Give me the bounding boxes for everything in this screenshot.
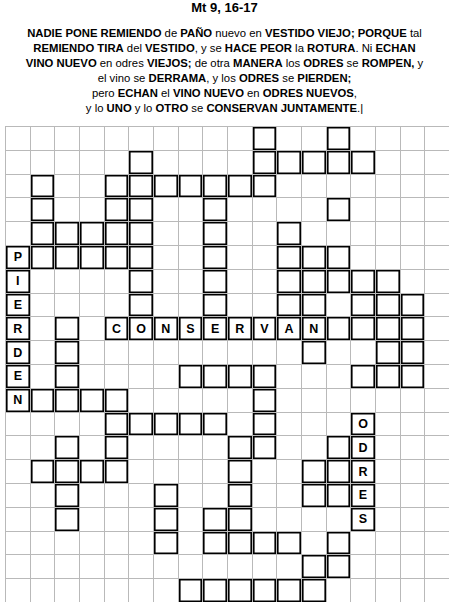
verse-keyword: HACE PEOR: [225, 42, 292, 54]
lattice-cell: [401, 127, 426, 151]
grid-cell[interactable]: [31, 222, 56, 246]
lattice-cell: [327, 508, 352, 532]
lattice-cell: [55, 127, 80, 151]
grid-cell-letter[interactable]: S: [179, 317, 204, 341]
grid-cell[interactable]: [203, 175, 228, 199]
grid-cell[interactable]: [179, 413, 204, 437]
grid-cell-letter[interactable]: E: [6, 365, 31, 389]
lattice-cell: [179, 460, 204, 484]
lattice-cell: [376, 436, 401, 460]
grid-cell[interactable]: [105, 389, 130, 413]
lattice-cell: [302, 436, 327, 460]
grid-cell[interactable]: [203, 270, 228, 294]
grid-cell[interactable]: [351, 365, 376, 389]
grid-cell[interactable]: [253, 436, 278, 460]
lattice-cell: [179, 151, 204, 175]
grid-cell[interactable]: [55, 222, 80, 246]
lattice-cell: [105, 341, 130, 365]
grid-cell-letter[interactable]: S: [351, 508, 376, 532]
lattice-cell: [154, 270, 179, 294]
lattice-cell: [376, 413, 401, 437]
lattice-cell: [6, 579, 31, 602]
grid-cell[interactable]: [203, 294, 228, 318]
grid-cell[interactable]: [203, 222, 228, 246]
lattice-cell: [327, 579, 352, 602]
grid-cell[interactable]: [351, 151, 376, 175]
grid-cell[interactable]: [228, 460, 253, 484]
grid-cell[interactable]: [129, 175, 154, 199]
grid-cell[interactable]: [80, 246, 105, 270]
lattice-cell: [277, 436, 302, 460]
grid-cell[interactable]: [376, 270, 401, 294]
grid-cell-letter[interactable]: R: [228, 317, 253, 341]
verse-keyword: ROMPEN,: [362, 57, 415, 69]
grid-cell[interactable]: [327, 270, 352, 294]
lattice-cell: [6, 222, 31, 246]
lattice-cell: [80, 294, 105, 318]
grid-cell[interactable]: [203, 246, 228, 270]
grid-cell[interactable]: [179, 365, 204, 389]
lattice-cell: [228, 198, 253, 222]
lattice-cell: [425, 460, 449, 484]
lattice-cell: [277, 389, 302, 413]
grid-cell-letter[interactable]: V: [253, 317, 278, 341]
verse-keyword: VINO NUEVO: [26, 57, 97, 69]
grid-cell-letter[interactable]: R: [351, 460, 376, 484]
lattice-cell: [253, 246, 278, 270]
grid-cell[interactable]: [327, 198, 352, 222]
lattice-cell: [203, 436, 228, 460]
grid-cell[interactable]: [277, 579, 302, 602]
lattice-cell: [376, 389, 401, 413]
puzzle-page: Mt 9, 16-17 NADIE PONE REMIENDO de PAÑO …: [0, 0, 449, 602]
lattice-cell: [55, 532, 80, 556]
lattice-cell: [105, 508, 130, 532]
grid-cell[interactable]: [179, 175, 204, 199]
lattice-cell: [401, 413, 426, 437]
lattice-cell: [179, 270, 204, 294]
grid-cell[interactable]: [327, 555, 352, 579]
grid-cell[interactable]: [302, 270, 327, 294]
verse-keyword: UNO: [107, 102, 132, 114]
grid-cell[interactable]: [253, 413, 278, 437]
lattice-cell: [31, 270, 56, 294]
grid-cell[interactable]: [401, 365, 426, 389]
grid-cell[interactable]: [376, 294, 401, 318]
lattice-cell: [31, 365, 56, 389]
grid-cell[interactable]: [376, 365, 401, 389]
grid-cell[interactable]: [129, 413, 154, 437]
lattice-cell: [154, 365, 179, 389]
grid-cell[interactable]: [277, 222, 302, 246]
lattice-cell: [401, 198, 426, 222]
lattice-cell: [179, 508, 204, 532]
grid-cell[interactable]: [203, 365, 228, 389]
lattice-cell: [277, 484, 302, 508]
lattice-cell: [105, 579, 130, 602]
lattice-cell: [228, 246, 253, 270]
lattice-cell: [154, 579, 179, 602]
grid-cell-letter[interactable]: O: [129, 317, 154, 341]
lattice-cell: [425, 270, 449, 294]
verse-keyword: VIEJOS;: [147, 57, 192, 69]
grid-cell[interactable]: [253, 389, 278, 413]
lattice-cell: [228, 151, 253, 175]
lattice-cell: [376, 555, 401, 579]
lattice-cell: [351, 555, 376, 579]
grid-cell[interactable]: [277, 294, 302, 318]
verse-keyword: ODRES NUEVOS: [263, 87, 354, 99]
verse-plain: nuevo en: [212, 27, 265, 39]
grid-cell[interactable]: [129, 222, 154, 246]
lattice-cell: [6, 175, 31, 199]
lattice-cell: [253, 555, 278, 579]
verse-line: NADIE PONE REMIENDO de PAÑO nuevo en VES…: [0, 26, 449, 41]
verse-plain: los: [283, 57, 304, 69]
grid-cell[interactable]: [351, 294, 376, 318]
verse-plain: .|: [357, 102, 363, 114]
grid-cell[interactable]: [302, 484, 327, 508]
verse-plain: en odres: [97, 57, 147, 69]
grid-cell-letter[interactable]: P: [6, 246, 31, 270]
grid-cell-letter[interactable]: R: [6, 317, 31, 341]
grid-cell[interactable]: [203, 413, 228, 437]
lattice-cell: [302, 389, 327, 413]
lattice-cell: [31, 151, 56, 175]
lattice-cell: [425, 175, 449, 199]
grid-cell[interactable]: [31, 175, 56, 199]
lattice-cell: [302, 198, 327, 222]
grid-cell[interactable]: [55, 508, 80, 532]
grid-cell[interactable]: [228, 532, 253, 556]
lattice-cell: [376, 175, 401, 199]
verse-keyword: NADIE PONE REMIENDO: [27, 27, 161, 39]
grid-cell[interactable]: [302, 460, 327, 484]
grid-cell[interactable]: [401, 294, 426, 318]
grid-cell[interactable]: [302, 341, 327, 365]
lattice-cell: [179, 222, 204, 246]
grid-cell[interactable]: [55, 341, 80, 365]
lattice-cell: [55, 198, 80, 222]
lattice-cell: [55, 294, 80, 318]
grid-cell-letter[interactable]: D: [6, 341, 31, 365]
grid-cell[interactable]: [327, 127, 352, 151]
lattice-cell: [376, 508, 401, 532]
grid-cell[interactable]: [105, 222, 130, 246]
grid-cell[interactable]: [154, 175, 179, 199]
grid-cell[interactable]: [327, 484, 352, 508]
grid-cell[interactable]: [253, 127, 278, 151]
lattice-cell: [154, 389, 179, 413]
verse-keyword: OTRO: [156, 102, 189, 114]
grid-cell[interactable]: [277, 532, 302, 556]
lattice-cell: [302, 413, 327, 437]
grid-cell[interactable]: [228, 436, 253, 460]
lattice-cell: [277, 198, 302, 222]
lattice-cell: [351, 175, 376, 199]
lattice-cell: [376, 532, 401, 556]
lattice-cell: [6, 532, 31, 556]
lattice-cell: [228, 555, 253, 579]
verse-line: pero ECHAN el VINO NUEVO en ODRES NUEVOS…: [0, 86, 449, 101]
lattice-cell: [105, 365, 130, 389]
grid-cell[interactable]: [129, 294, 154, 318]
grid-cell[interactable]: [55, 246, 80, 270]
grid-cell[interactable]: [401, 341, 426, 365]
verse-plain: se: [188, 102, 206, 114]
lattice-cell: [253, 270, 278, 294]
verse-plain: la: [292, 42, 307, 54]
grid-cell-letter[interactable]: O: [351, 413, 376, 437]
lattice-cell: [80, 413, 105, 437]
grid-cell[interactable]: [327, 246, 352, 270]
lattice-cell: [80, 532, 105, 556]
grid-cell[interactable]: [253, 532, 278, 556]
lattice-cell: [31, 127, 56, 151]
verse-keyword: VESTIDO VIEJO; PORQUE: [265, 27, 407, 39]
lattice-cell: [6, 555, 31, 579]
lattice-cell: [253, 484, 278, 508]
grid-cell[interactable]: [55, 317, 80, 341]
grid-cell-letter[interactable]: A: [277, 317, 302, 341]
grid-cell[interactable]: [154, 484, 179, 508]
lattice-cell: [401, 270, 426, 294]
grid-cell[interactable]: [105, 413, 130, 437]
grid-cell[interactable]: [55, 484, 80, 508]
lattice-cell: [105, 127, 130, 151]
lattice-cell: [277, 365, 302, 389]
verse-plain: se: [279, 72, 297, 84]
lattice-cell: [351, 341, 376, 365]
grid-cell[interactable]: [129, 246, 154, 270]
lattice-cell: [351, 127, 376, 151]
grid-cell[interactable]: [154, 532, 179, 556]
grid-cell-letter[interactable]: N: [6, 389, 31, 413]
lattice-cell: [401, 175, 426, 199]
lattice-cell: [401, 222, 426, 246]
lattice-cell: [80, 341, 105, 365]
lattice-cell: [6, 198, 31, 222]
lattice-cell: [154, 555, 179, 579]
lattice-cell: [351, 222, 376, 246]
grid-cell[interactable]: [253, 365, 278, 389]
grid-cell[interactable]: [203, 198, 228, 222]
verse-keyword: ODRES: [239, 72, 279, 84]
verse-keyword: MANERA: [233, 57, 283, 69]
lattice-cell: [179, 341, 204, 365]
verse-keyword: DERRAMA: [149, 72, 207, 84]
lattice-cell: [80, 317, 105, 341]
lattice-cell: [55, 270, 80, 294]
grid-cell-letter[interactable]: E: [6, 294, 31, 318]
lattice-cell: [228, 127, 253, 151]
lattice-cell: [401, 508, 426, 532]
verse-plain: el: [158, 87, 173, 99]
grid-cell[interactable]: [327, 436, 352, 460]
grid-cell[interactable]: [154, 413, 179, 437]
grid-cell[interactable]: [80, 222, 105, 246]
grid-cell[interactable]: [80, 389, 105, 413]
lattice-cell: [228, 294, 253, 318]
crossword-grid: PIERCONSERVANDENODRES: [5, 126, 449, 602]
lattice-cell: [203, 484, 228, 508]
grid-cell[interactable]: [277, 270, 302, 294]
grid-cell[interactable]: [179, 579, 204, 602]
grid-cell-letter[interactable]: C: [105, 317, 130, 341]
grid-cell[interactable]: [55, 460, 80, 484]
grid-cell[interactable]: [105, 175, 130, 199]
grid-cell-letter[interactable]: D: [351, 436, 376, 460]
grid-cell[interactable]: [376, 341, 401, 365]
lattice-cell: [425, 127, 449, 151]
grid-cell[interactable]: [228, 484, 253, 508]
verse-plain: del: [124, 42, 145, 54]
lattice-cell: [327, 222, 352, 246]
verse-keyword: PAÑO: [180, 27, 212, 39]
lattice-cell: [228, 222, 253, 246]
grid-cell[interactable]: [253, 175, 278, 199]
lattice-cell: [302, 222, 327, 246]
lattice-cell: [154, 198, 179, 222]
verse-plain: y lo: [86, 102, 107, 114]
grid-cell[interactable]: [228, 579, 253, 602]
grid-cell[interactable]: [302, 246, 327, 270]
lattice-cell: [179, 127, 204, 151]
lattice-cell: [425, 532, 449, 556]
verse-keyword: ROTURA: [307, 42, 355, 54]
verse-line: y lo UNO y lo OTRO se CONSERVAN JUNTAMEN…: [0, 101, 449, 116]
grid-cell[interactable]: [55, 365, 80, 389]
verse-keyword: VINO NUEVO: [173, 87, 244, 99]
grid-cell[interactable]: [154, 508, 179, 532]
grid-cell-letter[interactable]: E: [203, 317, 228, 341]
lattice-cell: [179, 484, 204, 508]
lattice-cell: [129, 341, 154, 365]
grid-cell[interactable]: [327, 532, 352, 556]
lattice-cell: [401, 436, 426, 460]
lattice-cell: [129, 508, 154, 532]
grid-cell[interactable]: [105, 460, 130, 484]
lattice-cell: [179, 436, 204, 460]
lattice-cell: [376, 579, 401, 602]
grid-cell[interactable]: [80, 460, 105, 484]
grid-cell[interactable]: [253, 151, 278, 175]
lattice-cell: [425, 389, 449, 413]
lattice-cell: [105, 294, 130, 318]
grid-cell[interactable]: [401, 317, 426, 341]
lattice-cell: [55, 413, 80, 437]
lattice-cell: [327, 365, 352, 389]
grid-cell[interactable]: [327, 460, 352, 484]
lattice-cell: [327, 389, 352, 413]
lattice-cell: [228, 341, 253, 365]
lattice-cell: [277, 555, 302, 579]
lattice-cell: [80, 555, 105, 579]
lattice-cell: [253, 341, 278, 365]
lattice-cell: [154, 246, 179, 270]
lattice-cell: [351, 246, 376, 270]
lattice-cell: [31, 579, 56, 602]
lattice-cell: [80, 175, 105, 199]
lattice-cell: [351, 198, 376, 222]
lattice-cell: [129, 579, 154, 602]
grid-cell[interactable]: [55, 389, 80, 413]
lattice-cell: [425, 317, 449, 341]
grid-cell[interactable]: [228, 508, 253, 532]
grid-cell[interactable]: [253, 579, 278, 602]
lattice-cell: [302, 365, 327, 389]
grid-cell[interactable]: [31, 246, 56, 270]
grid-cell[interactable]: [129, 270, 154, 294]
lattice-cell: [105, 532, 130, 556]
lattice-cell: [80, 484, 105, 508]
grid-cell[interactable]: [105, 246, 130, 270]
grid-cell[interactable]: [351, 270, 376, 294]
grid-cell[interactable]: [302, 579, 327, 602]
grid-cell[interactable]: [129, 151, 154, 175]
grid-cell[interactable]: [31, 460, 56, 484]
grid-cell-letter[interactable]: I: [6, 270, 31, 294]
lattice-cell: [129, 555, 154, 579]
verse-text: NADIE PONE REMIENDO de PAÑO nuevo en VES…: [0, 26, 449, 116]
grid-cell[interactable]: [302, 151, 327, 175]
lattice-cell: [179, 555, 204, 579]
lattice-cell: [401, 579, 426, 602]
lattice-cell: [129, 365, 154, 389]
verse-line: REMIENDO TIRA del VESTIDO, y se HACE PEO…: [0, 41, 449, 56]
lattice-cell: [179, 389, 204, 413]
grid-cell[interactable]: [228, 175, 253, 199]
grid-cell[interactable]: [105, 436, 130, 460]
lattice-cell: [425, 294, 449, 318]
lattice-cell: [327, 413, 352, 437]
lattice-cell: [203, 460, 228, 484]
lattice-cell: [376, 246, 401, 270]
grid-cell[interactable]: [376, 317, 401, 341]
grid-cell[interactable]: [302, 555, 327, 579]
lattice-cell: [179, 532, 204, 556]
grid-cell-letter[interactable]: E: [351, 484, 376, 508]
lattice-cell: [31, 508, 56, 532]
grid-cell[interactable]: [302, 294, 327, 318]
lattice-cell: [277, 460, 302, 484]
grid-cell-letter[interactable]: N: [154, 317, 179, 341]
lattice-cell: [253, 222, 278, 246]
lattice-cell: [6, 151, 31, 175]
grid-cell[interactable]: [31, 198, 56, 222]
lattice-cell: [376, 198, 401, 222]
grid-cell[interactable]: [203, 532, 228, 556]
grid-cell[interactable]: [327, 317, 352, 341]
grid-cell[interactable]: [203, 579, 228, 602]
verse-plain: ,: [354, 87, 357, 99]
grid-cell[interactable]: [55, 436, 80, 460]
grid-cell[interactable]: [31, 389, 56, 413]
grid-cell[interactable]: [203, 508, 228, 532]
lattice-cell: [80, 436, 105, 460]
grid-cell[interactable]: [105, 198, 130, 222]
lattice-cell: [55, 151, 80, 175]
grid-cell[interactable]: [228, 365, 253, 389]
grid-cell[interactable]: [351, 317, 376, 341]
grid-cell[interactable]: [129, 198, 154, 222]
lattice-cell: [253, 460, 278, 484]
grid-cell-letter[interactable]: N: [302, 317, 327, 341]
grid-cell[interactable]: [277, 246, 302, 270]
grid-cell[interactable]: [327, 151, 352, 175]
lattice-cell: [31, 436, 56, 460]
grid-cell[interactable]: [277, 151, 302, 175]
